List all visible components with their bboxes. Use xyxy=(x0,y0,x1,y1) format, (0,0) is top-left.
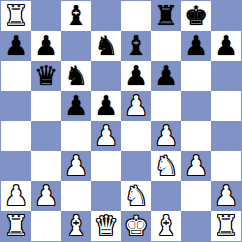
white-pawn[interactable]: ♟ xyxy=(124,91,148,121)
black-king[interactable]: ♚ xyxy=(184,1,208,31)
square-g4[interactable] xyxy=(181,121,211,151)
square-f3[interactable]: ♞ xyxy=(151,151,181,181)
square-d3[interactable] xyxy=(91,151,121,181)
square-d4[interactable]: ♟ xyxy=(91,121,121,151)
square-e8[interactable] xyxy=(121,1,151,31)
square-h8[interactable] xyxy=(211,1,241,31)
square-c4[interactable] xyxy=(61,121,91,151)
white-pawn[interactable]: ♟ xyxy=(4,181,28,211)
square-g3[interactable]: ♟ xyxy=(181,151,211,181)
square-d7[interactable]: ♞ xyxy=(91,31,121,61)
white-king[interactable]: ♚ xyxy=(124,211,148,241)
square-d5[interactable]: ♟ xyxy=(91,91,121,121)
black-pawn[interactable]: ♟ xyxy=(94,91,118,121)
square-d1[interactable]: ♛ xyxy=(91,211,121,241)
square-e1[interactable]: ♚ xyxy=(121,211,151,241)
square-b3[interactable] xyxy=(31,151,61,181)
square-a3[interactable] xyxy=(1,151,31,181)
white-queen[interactable]: ♛ xyxy=(94,211,118,241)
white-pawn[interactable]: ♟ xyxy=(34,181,58,211)
square-a7[interactable]: ♟ xyxy=(1,31,31,61)
square-b4[interactable] xyxy=(31,121,61,151)
square-f7[interactable] xyxy=(151,31,181,61)
black-queen[interactable]: ♛ xyxy=(34,61,58,91)
square-f2[interactable] xyxy=(151,181,181,211)
square-c8[interactable]: ♝ xyxy=(61,1,91,31)
square-g1[interactable] xyxy=(181,211,211,241)
square-g5[interactable] xyxy=(181,91,211,121)
black-pawn[interactable]: ♟ xyxy=(34,31,58,61)
black-pawn[interactable]: ♟ xyxy=(64,91,88,121)
white-rook[interactable]: ♜ xyxy=(4,1,28,31)
square-g6[interactable] xyxy=(181,61,211,91)
square-b1[interactable] xyxy=(31,211,61,241)
square-d2[interactable] xyxy=(91,181,121,211)
white-knight[interactable]: ♞ xyxy=(124,181,148,211)
square-b7[interactable]: ♟ xyxy=(31,31,61,61)
square-c7[interactable] xyxy=(61,31,91,61)
square-c5[interactable]: ♟ xyxy=(61,91,91,121)
chess-board-grid: ♜♝♜♚♟♟♞♝♟♟♛♞♟♟♟♟♟♟♟♟♞♟♟♟♞♟♜♝♛♚♝♜ xyxy=(1,1,241,241)
white-pawn[interactable]: ♟ xyxy=(64,151,88,181)
square-a1[interactable]: ♜ xyxy=(1,211,31,241)
white-pawn[interactable]: ♟ xyxy=(184,151,208,181)
square-c2[interactable] xyxy=(61,181,91,211)
square-e2[interactable]: ♞ xyxy=(121,181,151,211)
black-pawn[interactable]: ♟ xyxy=(184,31,208,61)
square-h4[interactable] xyxy=(211,121,241,151)
white-knight[interactable]: ♞ xyxy=(154,151,178,181)
square-b2[interactable]: ♟ xyxy=(31,181,61,211)
square-a5[interactable] xyxy=(1,91,31,121)
square-h2[interactable]: ♟ xyxy=(211,181,241,211)
black-pawn[interactable]: ♟ xyxy=(4,31,28,61)
square-d6[interactable] xyxy=(91,61,121,91)
square-b8[interactable] xyxy=(31,1,61,31)
square-e3[interactable] xyxy=(121,151,151,181)
square-e4[interactable] xyxy=(121,121,151,151)
square-c3[interactable]: ♟ xyxy=(61,151,91,181)
white-rook[interactable]: ♜ xyxy=(214,211,238,241)
square-e6[interactable]: ♟ xyxy=(121,61,151,91)
square-f8[interactable]: ♜ xyxy=(151,1,181,31)
square-h7[interactable]: ♟ xyxy=(211,31,241,61)
square-a8[interactable]: ♜ xyxy=(1,1,31,31)
black-pawn[interactable]: ♟ xyxy=(154,61,178,91)
square-e7[interactable]: ♝ xyxy=(121,31,151,61)
square-f5[interactable] xyxy=(151,91,181,121)
chess-board: ♜♝♜♚♟♟♞♝♟♟♛♞♟♟♟♟♟♟♟♟♞♟♟♟♞♟♜♝♛♚♝♜ xyxy=(0,0,242,242)
white-rook[interactable]: ♜ xyxy=(4,211,28,241)
square-d8[interactable] xyxy=(91,1,121,31)
square-h6[interactable] xyxy=(211,61,241,91)
black-rook[interactable]: ♜ xyxy=(154,1,178,31)
square-g8[interactable]: ♚ xyxy=(181,1,211,31)
square-a4[interactable] xyxy=(1,121,31,151)
square-b6[interactable]: ♛ xyxy=(31,61,61,91)
square-g2[interactable] xyxy=(181,181,211,211)
black-bishop[interactable]: ♝ xyxy=(124,31,148,61)
square-h1[interactable]: ♜ xyxy=(211,211,241,241)
black-pawn[interactable]: ♟ xyxy=(124,61,148,91)
black-knight[interactable]: ♞ xyxy=(64,61,88,91)
white-pawn[interactable]: ♟ xyxy=(94,121,118,151)
square-a2[interactable]: ♟ xyxy=(1,181,31,211)
square-g7[interactable]: ♟ xyxy=(181,31,211,61)
black-knight[interactable]: ♞ xyxy=(94,31,118,61)
square-e5[interactable]: ♟ xyxy=(121,91,151,121)
square-c1[interactable]: ♝ xyxy=(61,211,91,241)
white-pawn[interactable]: ♟ xyxy=(214,181,238,211)
white-bishop[interactable]: ♝ xyxy=(154,211,178,241)
square-a6[interactable] xyxy=(1,61,31,91)
square-h3[interactable] xyxy=(211,151,241,181)
square-c6[interactable]: ♞ xyxy=(61,61,91,91)
square-h5[interactable] xyxy=(211,91,241,121)
square-f6[interactable]: ♟ xyxy=(151,61,181,91)
black-bishop[interactable]: ♝ xyxy=(64,1,88,31)
black-pawn[interactable]: ♟ xyxy=(214,31,238,61)
square-f1[interactable]: ♝ xyxy=(151,211,181,241)
white-bishop[interactable]: ♝ xyxy=(64,211,88,241)
square-b5[interactable] xyxy=(31,91,61,121)
white-pawn[interactable]: ♟ xyxy=(154,121,178,151)
square-f4[interactable]: ♟ xyxy=(151,121,181,151)
